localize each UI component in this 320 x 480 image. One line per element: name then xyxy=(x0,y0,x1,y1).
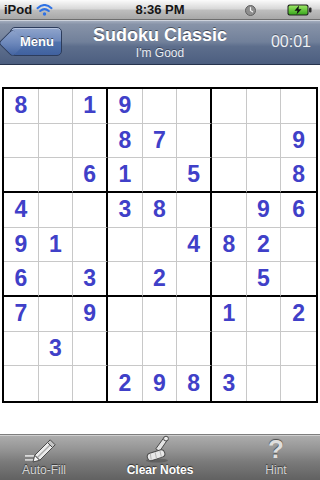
auto-fill-label: Auto-Fill xyxy=(22,463,66,477)
pencil-icon xyxy=(24,435,64,463)
cell-r9c9[interactable] xyxy=(281,366,316,401)
cell-r2c8[interactable] xyxy=(247,124,282,159)
cell-r4c7[interactable] xyxy=(212,193,247,228)
cell-r9c5[interactable]: 9 xyxy=(143,366,178,401)
cell-r2c2[interactable] xyxy=(39,124,74,159)
cell-r2c5[interactable]: 7 xyxy=(143,124,178,159)
cell-r5c4[interactable] xyxy=(108,228,143,263)
cell-r5c9[interactable] xyxy=(281,228,316,263)
sudoku-board: 819879615843896914826325791232983 xyxy=(2,87,318,403)
cell-r1c2[interactable] xyxy=(39,89,74,124)
cell-r4c2[interactable] xyxy=(39,193,74,228)
iphone-screen: iPod 8:36 PM xyxy=(0,0,320,480)
cell-r6c5[interactable]: 2 xyxy=(143,262,178,297)
brush-icon xyxy=(142,435,178,463)
cell-r1c4[interactable]: 9 xyxy=(108,89,143,124)
alarm-clock-icon xyxy=(245,4,256,19)
cell-r4c4[interactable]: 3 xyxy=(108,193,143,228)
menu-button-label: Menu xyxy=(18,34,54,49)
cell-r5c7[interactable]: 8 xyxy=(212,228,247,263)
clear-notes-button[interactable]: Clear Notes xyxy=(127,435,194,480)
cell-r1c3[interactable]: 1 xyxy=(73,89,108,124)
cell-r7c3[interactable]: 9 xyxy=(73,297,108,332)
toolbar: Auto-Fill Clear Notes ? xyxy=(0,434,320,480)
cell-r9c1[interactable] xyxy=(4,366,39,401)
question-mark-icon: ? xyxy=(268,435,284,463)
hint-button[interactable]: ? Hint xyxy=(246,435,306,480)
cell-r6c6[interactable] xyxy=(177,262,212,297)
nav-bar: Menu Sudoku Classic I'm Good 00:01 xyxy=(0,20,320,65)
cell-r2c7[interactable] xyxy=(212,124,247,159)
cell-r1c7[interactable] xyxy=(212,89,247,124)
cell-r7c7[interactable]: 1 xyxy=(212,297,247,332)
hint-label: Hint xyxy=(265,463,286,477)
cell-r3c1[interactable] xyxy=(4,158,39,193)
cell-r5c8[interactable]: 2 xyxy=(247,228,282,263)
auto-fill-button[interactable]: Auto-Fill xyxy=(14,435,74,480)
time-label: 8:36 PM xyxy=(0,2,320,17)
cell-r6c1[interactable]: 6 xyxy=(4,262,39,297)
cell-r3c6[interactable]: 5 xyxy=(177,158,212,193)
cell-r8c2[interactable]: 3 xyxy=(39,332,74,367)
cell-r3c3[interactable]: 6 xyxy=(73,158,108,193)
cell-r5c2[interactable]: 1 xyxy=(39,228,74,263)
cell-r6c4[interactable] xyxy=(108,262,143,297)
cell-r7c2[interactable] xyxy=(39,297,74,332)
cell-r9c4[interactable]: 2 xyxy=(108,366,143,401)
cell-r4c9[interactable]: 6 xyxy=(281,193,316,228)
cell-r5c5[interactable] xyxy=(143,228,178,263)
status-bar: iPod 8:36 PM xyxy=(0,0,320,20)
cell-r2c1[interactable] xyxy=(4,124,39,159)
cell-r7c1[interactable]: 7 xyxy=(4,297,39,332)
cell-r3c7[interactable] xyxy=(212,158,247,193)
cell-r9c6[interactable]: 8 xyxy=(177,366,212,401)
cell-r3c5[interactable] xyxy=(143,158,178,193)
cell-r2c9[interactable]: 9 xyxy=(281,124,316,159)
cell-r9c2[interactable] xyxy=(39,366,74,401)
cell-r6c8[interactable]: 5 xyxy=(247,262,282,297)
cell-r1c9[interactable] xyxy=(281,89,316,124)
cell-r7c4[interactable] xyxy=(108,297,143,332)
cell-r8c1[interactable] xyxy=(4,332,39,367)
cell-r8c5[interactable] xyxy=(143,332,178,367)
cell-r5c6[interactable]: 4 xyxy=(177,228,212,263)
cell-r1c1[interactable]: 8 xyxy=(4,89,39,124)
cell-r2c3[interactable] xyxy=(73,124,108,159)
cell-r5c1[interactable]: 9 xyxy=(4,228,39,263)
cell-r4c1[interactable]: 4 xyxy=(4,193,39,228)
cell-r6c2[interactable] xyxy=(39,262,74,297)
cell-r7c6[interactable] xyxy=(177,297,212,332)
cell-r1c8[interactable] xyxy=(247,89,282,124)
cell-r2c6[interactable] xyxy=(177,124,212,159)
cell-r9c7[interactable]: 3 xyxy=(212,366,247,401)
cell-r8c3[interactable] xyxy=(73,332,108,367)
cell-r3c2[interactable] xyxy=(39,158,74,193)
cell-r1c5[interactable] xyxy=(143,89,178,124)
cell-r4c3[interactable] xyxy=(73,193,108,228)
cell-r7c8[interactable] xyxy=(247,297,282,332)
cell-r9c8[interactable] xyxy=(247,366,282,401)
cell-r5c3[interactable] xyxy=(73,228,108,263)
cell-r8c8[interactable] xyxy=(247,332,282,367)
timer-label: 00:01 xyxy=(271,33,311,51)
cell-r3c4[interactable]: 1 xyxy=(108,158,143,193)
cell-r4c8[interactable]: 9 xyxy=(247,193,282,228)
cell-r8c7[interactable] xyxy=(212,332,247,367)
cell-r6c9[interactable] xyxy=(281,262,316,297)
cell-r7c9[interactable]: 2 xyxy=(281,297,316,332)
cell-r8c6[interactable] xyxy=(177,332,212,367)
cell-r6c7[interactable] xyxy=(212,262,247,297)
clear-notes-label: Clear Notes xyxy=(127,463,194,477)
battery-charging-icon xyxy=(287,4,312,19)
cell-r6c3[interactable]: 3 xyxy=(73,262,108,297)
cell-r7c5[interactable] xyxy=(143,297,178,332)
cell-r1c6[interactable] xyxy=(177,89,212,124)
cell-r9c3[interactable] xyxy=(73,366,108,401)
cell-r3c8[interactable] xyxy=(247,158,282,193)
cell-r4c6[interactable] xyxy=(177,193,212,228)
cell-r4c5[interactable]: 8 xyxy=(143,193,178,228)
cell-r3c9[interactable]: 8 xyxy=(281,158,316,193)
cell-r2c4[interactable]: 8 xyxy=(108,124,143,159)
cell-r8c9[interactable] xyxy=(281,332,316,367)
cell-r8c4[interactable] xyxy=(108,332,143,367)
